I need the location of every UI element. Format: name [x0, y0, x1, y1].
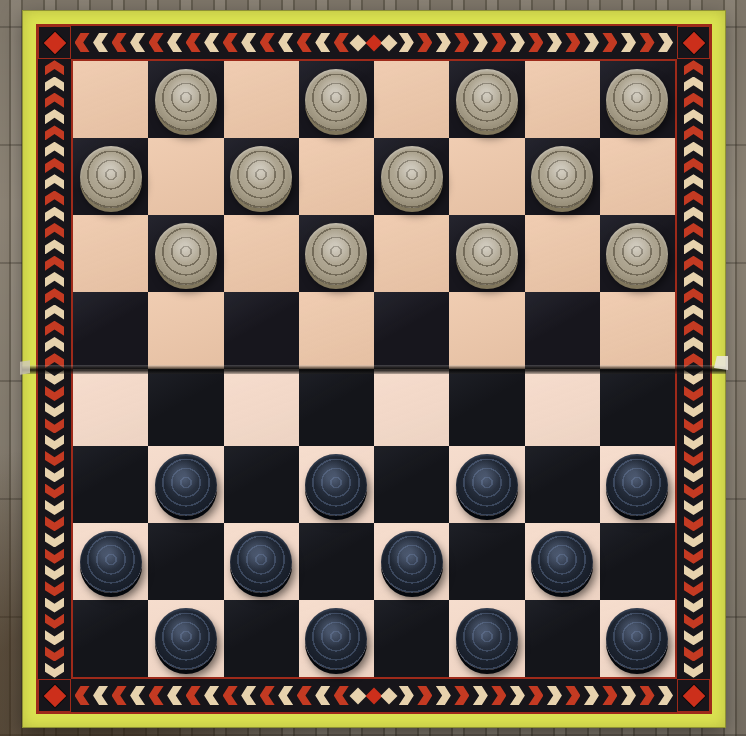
- square-r7c6[interactable]: [449, 523, 524, 600]
- square-r6c3[interactable]: [224, 446, 299, 523]
- white-man-piece[interactable]: [305, 223, 367, 285]
- square-r6c1[interactable]: [73, 446, 148, 523]
- chevron-up-icon: [45, 239, 64, 254]
- square-r7c3[interactable]: [224, 523, 299, 600]
- square-r3c3[interactable]: [224, 215, 299, 292]
- square-r8c5[interactable]: [374, 600, 449, 677]
- chevron-left-icon: [167, 686, 182, 705]
- black-man-piece[interactable]: [305, 454, 367, 516]
- square-r6c7[interactable]: [525, 446, 600, 523]
- chevron-down-icon: [684, 402, 703, 417]
- chevron-up-icon: [45, 321, 64, 336]
- black-man-piece[interactable]: [531, 531, 593, 593]
- chevron-left-icon: [278, 686, 293, 705]
- square-r2c8[interactable]: [600, 138, 675, 215]
- chevron-down-icon: [45, 467, 64, 482]
- chevron-right-icon: [528, 33, 543, 52]
- chevron-down-icon: [684, 581, 703, 596]
- diamond-icon: [381, 687, 398, 704]
- square-r8c6[interactable]: [449, 600, 524, 677]
- fold-seam: [22, 365, 726, 374]
- chevron-up-icon: [45, 142, 64, 157]
- chevron-left-icon: [297, 686, 312, 705]
- checkers-board: [22, 10, 726, 728]
- square-r7c8[interactable]: [600, 523, 675, 600]
- chevron-left-icon: [186, 33, 201, 52]
- square-r5c8[interactable]: [600, 369, 675, 446]
- square-r4c2[interactable]: [148, 292, 223, 369]
- chevron-down-icon: [684, 646, 703, 661]
- chevron-up-icon: [684, 158, 703, 173]
- square-r5c7[interactable]: [525, 369, 600, 446]
- chevron-right-icon: [547, 686, 562, 705]
- chevron-up-icon: [45, 223, 64, 238]
- chevron-down-icon: [684, 630, 703, 645]
- chevron-left-icon: [315, 686, 330, 705]
- square-r7c4[interactable]: [299, 523, 374, 600]
- chevron-down-icon: [684, 516, 703, 531]
- chevron-right-icon: [584, 686, 599, 705]
- chevron-up-icon: [45, 191, 64, 206]
- chevron-up-icon: [684, 93, 703, 108]
- white-man-piece[interactable]: [381, 146, 443, 208]
- chevron-up-icon: [45, 256, 64, 271]
- square-r7c2[interactable]: [148, 523, 223, 600]
- chevron-down-icon: [45, 451, 64, 466]
- chevron-up-icon: [684, 60, 703, 75]
- square-r5c6[interactable]: [449, 369, 524, 446]
- square-r6c6[interactable]: [449, 446, 524, 523]
- chevron-down-icon: [45, 581, 64, 596]
- chevron-right-icon: [473, 686, 488, 705]
- square-r1c3[interactable]: [224, 61, 299, 138]
- square-r1c6[interactable]: [449, 61, 524, 138]
- chevron-up-icon: [684, 109, 703, 124]
- square-r6c4[interactable]: [299, 446, 374, 523]
- chevron-up-icon: [684, 239, 703, 254]
- chevron-down-icon: [45, 532, 64, 547]
- chevron-left-icon: [223, 686, 238, 705]
- white-man-piece[interactable]: [456, 223, 518, 285]
- chevron-up-icon: [45, 174, 64, 189]
- chevron-up-icon: [45, 109, 64, 124]
- chevron-down-icon: [684, 418, 703, 433]
- square-r2c6[interactable]: [449, 138, 524, 215]
- black-man-piece[interactable]: [606, 608, 668, 670]
- square-r3c8[interactable]: [600, 215, 675, 292]
- chevron-right-icon: [602, 686, 617, 705]
- border-band-top: [71, 26, 677, 60]
- square-r4c3[interactable]: [224, 292, 299, 369]
- white-man-piece[interactable]: [606, 69, 668, 131]
- chevron-up-icon: [45, 207, 64, 222]
- chevron-right-icon: [658, 686, 673, 705]
- chevron-left-icon: [112, 33, 127, 52]
- square-r4c7[interactable]: [525, 292, 600, 369]
- chevron-right-icon: [417, 686, 432, 705]
- chevron-down-icon: [45, 646, 64, 661]
- chevron-up-icon: [684, 272, 703, 287]
- chevron-up-icon: [45, 288, 64, 303]
- chevron-down-icon: [684, 598, 703, 613]
- chevron-right-icon: [454, 33, 469, 52]
- chevron-down-icon: [684, 451, 703, 466]
- square-r2c5[interactable]: [374, 138, 449, 215]
- square-r3c5[interactable]: [374, 215, 449, 292]
- chevron-up-icon: [684, 142, 703, 157]
- black-man-piece[interactable]: [155, 454, 217, 516]
- chevron-down-icon: [45, 418, 64, 433]
- square-r1c8[interactable]: [600, 61, 675, 138]
- chevron-right-icon: [658, 33, 673, 52]
- chevron-down-icon: [684, 500, 703, 515]
- white-man-piece[interactable]: [456, 69, 518, 131]
- square-r4c8[interactable]: [600, 292, 675, 369]
- square-r2c2[interactable]: [148, 138, 223, 215]
- chevron-down-icon: [45, 598, 64, 613]
- black-man-piece[interactable]: [381, 531, 443, 593]
- chevron-left-icon: [93, 33, 108, 52]
- chevron-up-icon: [684, 321, 703, 336]
- chevron-left-icon: [223, 33, 238, 52]
- chevron-left-icon: [167, 33, 182, 52]
- square-r1c7[interactable]: [525, 61, 600, 138]
- border-corner-diamond-icon: [677, 26, 710, 59]
- square-r1c4[interactable]: [299, 61, 374, 138]
- chevron-right-icon: [510, 33, 525, 52]
- square-r4c5[interactable]: [374, 292, 449, 369]
- chevron-down-icon: [45, 630, 64, 645]
- chevron-right-icon: [510, 686, 525, 705]
- chevron-up-icon: [45, 158, 64, 173]
- chevron-left-icon: [334, 33, 349, 52]
- black-man-piece[interactable]: [305, 608, 367, 670]
- chevron-down-icon: [45, 435, 64, 450]
- chevron-right-icon: [547, 33, 562, 52]
- chevron-down-icon: [45, 500, 64, 515]
- chevron-up-icon: [684, 174, 703, 189]
- square-r2c7[interactable]: [525, 138, 600, 215]
- chevron-right-icon: [584, 33, 599, 52]
- chevron-left-icon: [260, 686, 275, 705]
- chevron-right-icon: [640, 686, 655, 705]
- chevron-up-icon: [45, 60, 64, 75]
- square-r1c5[interactable]: [374, 61, 449, 138]
- square-r4c6[interactable]: [449, 292, 524, 369]
- chevron-up-icon: [45, 93, 64, 108]
- square-r3c1[interactable]: [73, 215, 148, 292]
- chevron-left-icon: [297, 33, 312, 52]
- square-r8c3[interactable]: [224, 600, 299, 677]
- white-man-piece[interactable]: [155, 223, 217, 285]
- chevron-left-icon: [186, 686, 201, 705]
- border-corner-diamond-icon: [38, 679, 71, 712]
- square-r5c2[interactable]: [148, 369, 223, 446]
- square-r3c2[interactable]: [148, 215, 223, 292]
- white-man-piece[interactable]: [230, 146, 292, 208]
- chevron-down-icon: [45, 565, 64, 580]
- chevron-right-icon: [640, 33, 655, 52]
- border-band-bottom: [71, 678, 677, 712]
- chevron-down-icon: [45, 484, 64, 499]
- chevron-left-icon: [149, 33, 164, 52]
- chevron-down-icon: [684, 663, 703, 678]
- chevron-left-icon: [315, 33, 330, 52]
- square-r7c5[interactable]: [374, 523, 449, 600]
- black-man-piece[interactable]: [80, 531, 142, 593]
- black-man-piece[interactable]: [155, 608, 217, 670]
- square-r5c5[interactable]: [374, 369, 449, 446]
- square-r1c1[interactable]: [73, 61, 148, 138]
- chevron-down-icon: [45, 516, 64, 531]
- chevron-up-icon: [684, 305, 703, 320]
- chevron-left-icon: [241, 686, 256, 705]
- border-corner-diamond-icon: [677, 679, 710, 712]
- chevron-left-icon: [149, 686, 164, 705]
- chevron-down-icon: [684, 565, 703, 580]
- black-man-piece[interactable]: [230, 531, 292, 593]
- chevron-down-icon: [684, 386, 703, 401]
- chevron-left-icon: [260, 33, 275, 52]
- chevron-right-icon: [417, 33, 432, 52]
- chevron-right-icon: [473, 33, 488, 52]
- chevron-left-icon: [112, 686, 127, 705]
- chevron-down-icon: [45, 663, 64, 678]
- chevron-up-icon: [45, 77, 64, 92]
- chevron-up-icon: [45, 125, 64, 140]
- square-r3c4[interactable]: [299, 215, 374, 292]
- square-r5c1[interactable]: [73, 369, 148, 446]
- chevron-up-icon: [684, 191, 703, 206]
- square-r1c2[interactable]: [148, 61, 223, 138]
- chevron-left-icon: [241, 33, 256, 52]
- chevron-up-icon: [45, 337, 64, 352]
- chevron-right-icon: [528, 686, 543, 705]
- chevron-left-icon: [75, 33, 90, 52]
- chevron-left-icon: [204, 686, 219, 705]
- chevron-left-icon: [204, 33, 219, 52]
- chevron-right-icon: [491, 33, 506, 52]
- square-r5c4[interactable]: [299, 369, 374, 446]
- chevron-up-icon: [684, 207, 703, 222]
- square-r3c7[interactable]: [525, 215, 600, 292]
- square-r3c6[interactable]: [449, 215, 524, 292]
- chevron-right-icon: [491, 686, 506, 705]
- chevron-down-icon: [684, 614, 703, 629]
- chevron-up-icon: [684, 125, 703, 140]
- chevron-right-icon: [565, 686, 580, 705]
- chevron-down-icon: [45, 402, 64, 417]
- diamond-icon: [381, 34, 398, 51]
- chevron-down-icon: [45, 549, 64, 564]
- chevron-down-icon: [45, 386, 64, 401]
- chevron-up-icon: [45, 305, 64, 320]
- chevron-down-icon: [45, 614, 64, 629]
- wood-table-background: [0, 0, 746, 736]
- chevron-up-icon: [684, 77, 703, 92]
- square-r7c7[interactable]: [525, 523, 600, 600]
- chevron-down-icon: [684, 435, 703, 450]
- square-r2c4[interactable]: [299, 138, 374, 215]
- square-r2c3[interactable]: [224, 138, 299, 215]
- square-r4c1[interactable]: [73, 292, 148, 369]
- chevron-left-icon: [130, 33, 145, 52]
- chevron-down-icon: [684, 549, 703, 564]
- square-r7c1[interactable]: [73, 523, 148, 600]
- chevron-up-icon: [684, 256, 703, 271]
- chevron-right-icon: [602, 33, 617, 52]
- square-r5c3[interactable]: [224, 369, 299, 446]
- chevron-up-icon: [684, 337, 703, 352]
- square-r8c1[interactable]: [73, 600, 148, 677]
- chevron-right-icon: [436, 686, 451, 705]
- chevron-left-icon: [334, 686, 349, 705]
- chevron-up-icon: [45, 272, 64, 287]
- square-r8c8[interactable]: [600, 600, 675, 677]
- black-man-piece[interactable]: [456, 608, 518, 670]
- border-corner-diamond-icon: [38, 26, 71, 59]
- white-man-piece[interactable]: [80, 146, 142, 208]
- chevron-right-icon: [399, 33, 414, 52]
- square-r6c5[interactable]: [374, 446, 449, 523]
- square-r2c1[interactable]: [73, 138, 148, 215]
- square-r8c7[interactable]: [525, 600, 600, 677]
- chevron-left-icon: [278, 33, 293, 52]
- square-r8c4[interactable]: [299, 600, 374, 677]
- chevron-right-icon: [565, 33, 580, 52]
- chevron-left-icon: [75, 686, 90, 705]
- chevron-down-icon: [684, 484, 703, 499]
- chevron-left-icon: [93, 686, 108, 705]
- black-man-piece[interactable]: [456, 454, 518, 516]
- square-r6c2[interactable]: [148, 446, 223, 523]
- square-r4c4[interactable]: [299, 292, 374, 369]
- chevron-up-icon: [684, 223, 703, 238]
- chevron-down-icon: [684, 467, 703, 482]
- chevron-left-icon: [130, 686, 145, 705]
- chevron-right-icon: [399, 686, 414, 705]
- square-r8c2[interactable]: [148, 600, 223, 677]
- white-man-piece[interactable]: [305, 69, 367, 131]
- chevron-right-icon: [454, 686, 469, 705]
- chevron-up-icon: [684, 288, 703, 303]
- square-r6c8[interactable]: [600, 446, 675, 523]
- white-man-piece[interactable]: [531, 146, 593, 208]
- chevron-down-icon: [684, 532, 703, 547]
- chevron-right-icon: [436, 33, 451, 52]
- chevron-right-icon: [621, 686, 636, 705]
- chevron-right-icon: [621, 33, 636, 52]
- white-man-piece[interactable]: [606, 223, 668, 285]
- white-man-piece[interactable]: [155, 69, 217, 131]
- black-man-piece[interactable]: [606, 454, 668, 516]
